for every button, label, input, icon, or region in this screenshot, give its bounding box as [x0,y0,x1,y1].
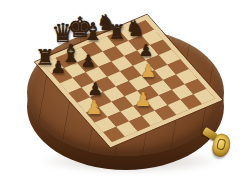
piece-white-pawn-b3[interactable]: ♟ [85,98,102,117]
piece-white-pawn-e3[interactable]: ♟ [134,90,151,109]
piece-black-knight-g8[interactable]: ♞ [125,18,145,40]
piece-black-pawn-b6[interactable]: ♟ [50,59,65,76]
piece-black-pawn-f6[interactable]: ♟ [139,43,153,59]
piece-black-bishop-d8[interactable]: ♝ [82,20,104,44]
piece-black-pawn-d6[interactable]: ♟ [80,53,95,70]
piece-black-rook-f8[interactable]: ♜ [108,22,126,42]
piece-white-pawn-f5[interactable]: ♟ [140,62,156,80]
chess-set-photo: ♛♚♝♞♜♞♜♝♟♟♟♟♟♟♟ [0,0,249,186]
